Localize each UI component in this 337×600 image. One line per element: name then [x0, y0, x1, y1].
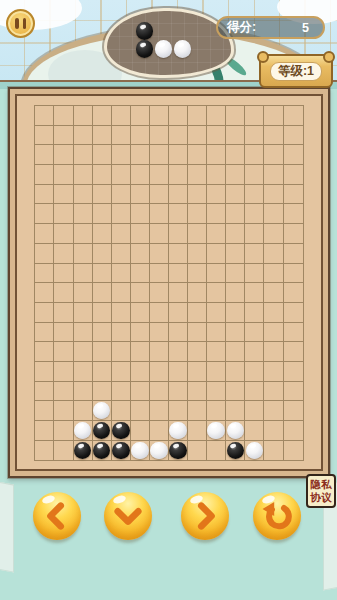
cell-r13c5	[131, 362, 150, 382]
pause-button[interactable]	[6, 9, 35, 38]
cell-r4c8	[188, 185, 207, 205]
cell-r15c7	[169, 401, 188, 421]
cell-r2c6	[150, 145, 169, 165]
black-stone	[93, 442, 111, 460]
cell-r0c5	[131, 106, 150, 126]
cell-r16c5	[131, 421, 150, 441]
cell-r13c8	[188, 362, 207, 382]
cell-r0c1	[54, 106, 73, 126]
white-stone	[74, 422, 92, 440]
white-stone	[174, 40, 192, 58]
cell-r17c7	[169, 441, 188, 461]
cell-r2c10	[226, 145, 245, 165]
move-left-button[interactable]	[33, 492, 81, 540]
cell-r7c7	[169, 244, 188, 264]
cell-r11c10	[226, 323, 245, 343]
cell-r12c0	[35, 342, 54, 362]
cell-r0c7	[169, 106, 188, 126]
cell-r10c7	[169, 303, 188, 323]
cell-r3c9	[207, 165, 226, 185]
next-piece-bowl	[104, 8, 234, 78]
cell-r0c8	[188, 106, 207, 126]
cell-r2c11	[245, 145, 264, 165]
cell-r3c3	[93, 165, 112, 185]
cell-r10c3	[93, 303, 112, 323]
cell-r1c6	[150, 126, 169, 146]
cell-r5c9	[207, 204, 226, 224]
cell-r2c7	[169, 145, 188, 165]
cell-r9c4	[112, 283, 131, 303]
cell-r13c13	[284, 362, 303, 382]
cell-r6c8	[188, 224, 207, 244]
cell-r12c12	[264, 342, 283, 362]
black-stone	[74, 442, 92, 460]
cell-r14c13	[284, 382, 303, 402]
privacy-text-line1: 隐私	[309, 478, 333, 491]
cell-r12c11	[245, 342, 264, 362]
cell-r4c3	[93, 185, 112, 205]
cell-r6c4	[112, 224, 131, 244]
cell-r9c13	[284, 283, 303, 303]
cell-r4c2	[74, 185, 93, 205]
white-stone	[207, 422, 225, 440]
cell-r1c2	[173, 40, 192, 58]
cell-r10c11	[245, 303, 264, 323]
cell-r14c4	[112, 382, 131, 402]
cell-r4c9	[207, 185, 226, 205]
cell-r0c11	[245, 106, 264, 126]
cell-r14c1	[54, 382, 73, 402]
cell-r12c7	[169, 342, 188, 362]
cell-r5c6	[150, 204, 169, 224]
cell-r10c2	[74, 303, 93, 323]
cell-r10c6	[150, 303, 169, 323]
cell-r4c6	[150, 185, 169, 205]
cell-r8c9	[207, 264, 226, 284]
cell-r9c5	[131, 283, 150, 303]
cell-r0c2	[173, 22, 192, 40]
cell-r7c11	[245, 244, 264, 264]
cell-r14c8	[188, 382, 207, 402]
cell-r13c11	[245, 362, 264, 382]
cell-r8c8	[188, 264, 207, 284]
cell-r5c10	[226, 204, 245, 224]
cell-r11c2	[74, 323, 93, 343]
white-stone	[227, 422, 245, 440]
cell-r5c3	[93, 204, 112, 224]
cell-r5c11	[245, 204, 264, 224]
cell-r16c3	[93, 421, 112, 441]
level-text: 等级:1	[270, 62, 322, 81]
cell-r8c7	[169, 264, 188, 284]
cell-r4c13	[284, 185, 303, 205]
cell-r10c4	[112, 303, 131, 323]
cell-r12c3	[93, 342, 112, 362]
cell-r5c1	[54, 204, 73, 224]
cell-r13c9	[207, 362, 226, 382]
chevron-left-icon	[42, 501, 72, 531]
cell-r2c4	[112, 145, 131, 165]
cell-r12c10	[226, 342, 245, 362]
rotate-button[interactable]	[253, 492, 301, 540]
cell-r13c7	[169, 362, 188, 382]
cell-r11c7	[169, 323, 188, 343]
cell-r15c13	[284, 401, 303, 421]
cell-r12c13	[284, 342, 303, 362]
cell-r11c3	[93, 323, 112, 343]
white-stone	[131, 442, 149, 460]
cell-r9c9	[207, 283, 226, 303]
cell-r7c0	[35, 244, 54, 264]
cell-r1c5	[131, 126, 150, 146]
cell-r4c5	[131, 185, 150, 205]
cell-r3c4	[112, 165, 131, 185]
board-grid	[34, 105, 303, 461]
cell-r13c0	[35, 362, 54, 382]
black-stone	[169, 442, 187, 460]
cell-r16c7	[169, 421, 188, 441]
cell-r15c10	[226, 401, 245, 421]
cell-r17c3	[93, 441, 112, 461]
cell-r14c7	[169, 382, 188, 402]
cell-r5c4	[112, 204, 131, 224]
cell-r6c9	[207, 224, 226, 244]
cell-r16c2	[74, 421, 93, 441]
cell-r15c6	[150, 401, 169, 421]
score-value: 5	[302, 21, 309, 35]
cell-r10c0	[35, 303, 54, 323]
cell-r8c6	[150, 264, 169, 284]
cell-r15c11	[245, 401, 264, 421]
cell-r11c5	[131, 323, 150, 343]
cell-r17c2	[74, 441, 93, 461]
cell-r9c1	[54, 283, 73, 303]
rotate-ccw-icon	[262, 501, 292, 531]
cell-r6c12	[264, 224, 283, 244]
cell-r0c9	[207, 106, 226, 126]
black-stone	[227, 442, 245, 460]
cell-r8c4	[112, 264, 131, 284]
cell-r6c13	[284, 224, 303, 244]
cell-r6c7	[169, 224, 188, 244]
cell-r14c10	[226, 382, 245, 402]
chevron-down-icon	[113, 501, 143, 531]
white-stone	[155, 40, 173, 58]
chevron-right-icon	[190, 501, 220, 531]
cell-r1c2	[74, 126, 93, 146]
cell-r5c13	[284, 204, 303, 224]
cell-r11c1	[54, 323, 73, 343]
cell-r10c1	[54, 303, 73, 323]
door-decoration-left	[0, 481, 14, 572]
cell-r17c11	[245, 441, 264, 461]
cell-r7c13	[284, 244, 303, 264]
cell-r0c0	[35, 106, 54, 126]
cell-r4c10	[226, 185, 245, 205]
cell-r2c12	[264, 145, 283, 165]
white-stone	[93, 402, 111, 420]
privacy-text-line2: 协议	[309, 491, 333, 504]
cell-r12c2	[74, 342, 93, 362]
cell-r0c1	[154, 22, 173, 40]
move-down-button[interactable]	[104, 492, 152, 540]
cell-r16c8	[188, 421, 207, 441]
cell-r4c4	[112, 185, 131, 205]
cell-r14c0	[35, 382, 54, 402]
cell-r16c11	[245, 421, 264, 441]
cell-r1c1	[154, 40, 173, 58]
cell-r9c7	[169, 283, 188, 303]
cell-r9c12	[264, 283, 283, 303]
cell-r0c6	[150, 106, 169, 126]
cell-r8c11	[245, 264, 264, 284]
cell-r15c8	[188, 401, 207, 421]
cell-r9c11	[245, 283, 264, 303]
cell-r7c6	[150, 244, 169, 264]
cell-r8c12	[264, 264, 283, 284]
cell-r3c7	[169, 165, 188, 185]
score-label: 得分:	[227, 19, 256, 36]
cell-r11c0	[35, 323, 54, 343]
cell-r13c12	[264, 362, 283, 382]
cell-r2c9	[207, 145, 226, 165]
cell-r12c6	[150, 342, 169, 362]
cell-r3c10	[226, 165, 245, 185]
board-surface	[15, 94, 323, 471]
cell-r17c5	[131, 441, 150, 461]
cell-r16c0	[35, 421, 54, 441]
cell-r8c3	[93, 264, 112, 284]
level-badge: 等级:1	[259, 54, 333, 88]
cell-r16c13	[284, 421, 303, 441]
cell-r2c8	[188, 145, 207, 165]
cell-r3c6	[150, 165, 169, 185]
cell-r3c0	[35, 165, 54, 185]
cell-r5c2	[74, 204, 93, 224]
cell-r15c1	[54, 401, 73, 421]
cell-r1c3	[93, 126, 112, 146]
cell-r17c0	[35, 441, 54, 461]
cell-r6c3	[93, 224, 112, 244]
cell-r10c13	[284, 303, 303, 323]
cell-r13c3	[93, 362, 112, 382]
cell-r2c2	[74, 145, 93, 165]
cell-r11c13	[284, 323, 303, 343]
cell-r2c1	[54, 145, 73, 165]
cell-r14c3	[93, 382, 112, 402]
cell-r6c1	[54, 224, 73, 244]
game-board	[8, 87, 330, 478]
cell-r10c12	[264, 303, 283, 323]
cell-r8c5	[131, 264, 150, 284]
cell-r13c10	[226, 362, 245, 382]
cell-r1c13	[284, 126, 303, 146]
cell-r17c12	[264, 441, 283, 461]
cell-r9c2	[74, 283, 93, 303]
cell-r1c1	[54, 126, 73, 146]
cell-r16c9	[207, 421, 226, 441]
cell-r15c2	[74, 401, 93, 421]
cell-r2c13	[284, 145, 303, 165]
cell-r14c12	[264, 382, 283, 402]
cell-r3c12	[264, 165, 283, 185]
cell-r8c13	[284, 264, 303, 284]
cell-r10c10	[226, 303, 245, 323]
cell-r8c0	[35, 264, 54, 284]
cell-r4c0	[35, 185, 54, 205]
cell-r7c12	[264, 244, 283, 264]
cell-r7c1	[54, 244, 73, 264]
cell-r7c8	[188, 244, 207, 264]
cell-r13c6	[150, 362, 169, 382]
cell-r2c3	[93, 145, 112, 165]
cell-r12c8	[188, 342, 207, 362]
cell-r7c10	[226, 244, 245, 264]
cell-r2c5	[131, 145, 150, 165]
cell-r3c5	[131, 165, 150, 185]
white-stone	[169, 422, 187, 440]
cell-r16c12	[264, 421, 283, 441]
cell-r16c4	[112, 421, 131, 441]
cell-r15c9	[207, 401, 226, 421]
cell-r11c4	[112, 323, 131, 343]
cell-r12c5	[131, 342, 150, 362]
cell-r17c10	[226, 441, 245, 461]
cell-r0c12	[264, 106, 283, 126]
cell-r7c9	[207, 244, 226, 264]
cell-r14c11	[245, 382, 264, 402]
black-stone	[112, 442, 130, 460]
cell-r11c9	[207, 323, 226, 343]
cell-r4c12	[264, 185, 283, 205]
cell-r0c3	[93, 106, 112, 126]
cell-r14c9	[207, 382, 226, 402]
cell-r17c8	[188, 441, 207, 461]
cell-r17c6	[150, 441, 169, 461]
cell-r16c1	[54, 421, 73, 441]
cell-r7c2	[74, 244, 93, 264]
cell-r11c12	[264, 323, 283, 343]
cell-r0c2	[74, 106, 93, 126]
cell-r10c9	[207, 303, 226, 323]
cell-r8c10	[226, 264, 245, 284]
black-stone	[136, 22, 154, 40]
cell-r6c0	[35, 224, 54, 244]
cell-r1c7	[169, 126, 188, 146]
cell-r2c0	[35, 145, 54, 165]
cell-r12c9	[207, 342, 226, 362]
pause-icon	[15, 18, 26, 29]
score-display: 得分: 5	[216, 16, 325, 39]
cell-r9c8	[188, 283, 207, 303]
cell-r7c5	[131, 244, 150, 264]
black-stone	[136, 40, 154, 58]
cell-r1c4	[112, 126, 131, 146]
cell-r11c6	[150, 323, 169, 343]
game-screen: 得分: 5 等级:1 隐私 协议	[0, 0, 337, 600]
cell-r17c13	[284, 441, 303, 461]
cell-r15c12	[264, 401, 283, 421]
cell-r1c11	[245, 126, 264, 146]
black-stone	[112, 422, 130, 440]
cell-r16c10	[226, 421, 245, 441]
cell-r3c11	[245, 165, 264, 185]
cell-r15c3	[93, 401, 112, 421]
cell-r14c5	[131, 382, 150, 402]
cell-r0c0	[135, 22, 154, 40]
cell-r3c13	[284, 165, 303, 185]
cell-r5c7	[169, 204, 188, 224]
next-piece-preview	[135, 22, 192, 58]
cell-r6c11	[245, 224, 264, 244]
cell-r5c5	[131, 204, 150, 224]
cell-r16c6	[150, 421, 169, 441]
cell-r9c3	[93, 283, 112, 303]
cell-r4c7	[169, 185, 188, 205]
cell-r17c9	[207, 441, 226, 461]
cell-r5c12	[264, 204, 283, 224]
cell-r4c11	[245, 185, 264, 205]
cell-r10c8	[188, 303, 207, 323]
cell-r1c8	[188, 126, 207, 146]
privacy-link[interactable]: 隐私 协议	[306, 474, 336, 508]
cell-r6c5	[131, 224, 150, 244]
cell-r11c11	[245, 323, 264, 343]
cell-r1c12	[264, 126, 283, 146]
white-stone	[246, 442, 264, 460]
cell-r3c8	[188, 165, 207, 185]
cell-r13c1	[54, 362, 73, 382]
cell-r8c2	[74, 264, 93, 284]
cell-r15c4	[112, 401, 131, 421]
cell-r17c1	[54, 441, 73, 461]
cell-r7c4	[112, 244, 131, 264]
cell-r15c5	[131, 401, 150, 421]
cell-r13c2	[74, 362, 93, 382]
cell-r15c0	[35, 401, 54, 421]
cell-r9c0	[35, 283, 54, 303]
cell-r1c9	[207, 126, 226, 146]
cell-r6c10	[226, 224, 245, 244]
cell-r9c6	[150, 283, 169, 303]
cell-r6c6	[150, 224, 169, 244]
cell-r6c2	[74, 224, 93, 244]
white-stone	[150, 442, 168, 460]
cell-r3c1	[54, 165, 73, 185]
cell-r5c0	[35, 204, 54, 224]
cell-r12c4	[112, 342, 131, 362]
cell-r0c10	[226, 106, 245, 126]
cell-r10c5	[131, 303, 150, 323]
move-right-button[interactable]	[181, 492, 229, 540]
cell-r1c0	[135, 40, 154, 58]
cell-r17c4	[112, 441, 131, 461]
cell-r4c1	[54, 185, 73, 205]
cell-r0c4	[112, 106, 131, 126]
cell-r3c2	[74, 165, 93, 185]
cell-r13c4	[112, 362, 131, 382]
cell-r12c1	[54, 342, 73, 362]
cell-r0c13	[284, 106, 303, 126]
black-stone	[93, 422, 111, 440]
cell-r1c0	[35, 126, 54, 146]
cell-r5c8	[188, 204, 207, 224]
cell-r8c1	[54, 264, 73, 284]
cell-r7c3	[93, 244, 112, 264]
cell-r11c8	[188, 323, 207, 343]
cell-r14c6	[150, 382, 169, 402]
cell-r1c10	[226, 126, 245, 146]
